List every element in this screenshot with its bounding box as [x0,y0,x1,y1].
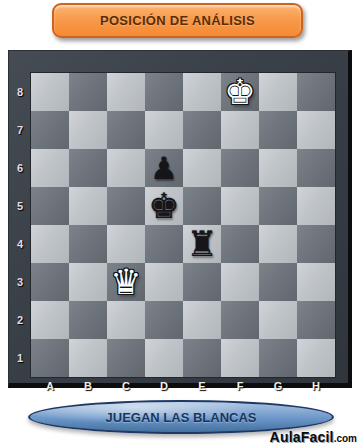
rank-label-8: 8 [9,73,31,111]
square-g1 [259,339,297,377]
square-h7 [297,111,335,149]
square-a8 [31,73,69,111]
square-c8 [107,73,145,111]
square-e1 [183,339,221,377]
square-c6 [107,149,145,187]
square-f6 [221,149,259,187]
rank-label-5: 5 [9,187,31,225]
square-e8 [183,73,221,111]
square-d8 [145,73,183,111]
square-f7 [221,111,259,149]
watermark: AulaFacil.com [270,428,357,446]
rank-label-7: 7 [9,111,31,149]
square-g8 [259,73,297,111]
chess-board: ♚♟♚♜♛ [31,73,335,377]
square-a6 [31,149,69,187]
page-title: POSICIÓN DE ANÁLISIS [100,13,255,28]
square-g4 [259,225,297,263]
square-f2 [221,301,259,339]
square-c4 [107,225,145,263]
square-d3 [145,263,183,301]
turn-indicator: JUEGAN LAS BLANCAS [106,410,257,425]
file-label-a: A [31,378,69,393]
square-b4 [69,225,107,263]
rank-label-3: 3 [9,263,31,301]
square-b7 [69,111,107,149]
square-d1 [145,339,183,377]
square-e6 [183,149,221,187]
square-b3 [69,263,107,301]
square-e4: ♜ [183,225,221,263]
square-b2 [69,301,107,339]
watermark-brand: AulaFacil [270,429,334,445]
square-f5 [221,187,259,225]
square-c7 [107,111,145,149]
square-a2 [31,301,69,339]
square-g3 [259,263,297,301]
square-f3 [221,263,259,301]
square-h4 [297,225,335,263]
square-e2 [183,301,221,339]
square-f1 [221,339,259,377]
title-banner: POSICIÓN DE ANÁLISIS [52,3,303,38]
rank-label-1: 1 [9,339,31,377]
square-c2 [107,301,145,339]
rank-label-2: 2 [9,301,31,339]
square-d7 [145,111,183,149]
black-pawn: ♟ [150,149,178,187]
black-king: ♚ [148,187,179,225]
file-label-e: E [183,378,221,393]
square-a5 [31,187,69,225]
square-e5 [183,187,221,225]
square-a1 [31,339,69,377]
square-a3 [31,263,69,301]
watermark-suffix: .com [334,433,357,444]
chess-board-frame: 87654321 ♚♟♚♜♛ ABCDEFGH [8,50,352,388]
file-label-c: C [107,378,145,393]
square-b8 [69,73,107,111]
square-b6 [69,149,107,187]
square-a4 [31,225,69,263]
square-h6 [297,149,335,187]
square-h3 [297,263,335,301]
rank-labels: 87654321 [9,73,31,377]
square-f4 [221,225,259,263]
square-g2 [259,301,297,339]
square-h1 [297,339,335,377]
square-b1 [69,339,107,377]
file-label-d: D [145,378,183,393]
square-e7 [183,111,221,149]
square-d2 [145,301,183,339]
square-d6: ♟ [145,149,183,187]
white-king: ♚ [224,73,255,111]
square-h8 [297,73,335,111]
file-label-f: F [221,378,259,393]
square-c5 [107,187,145,225]
white-queen: ♛ [110,263,141,301]
square-d4 [145,225,183,263]
page: POSICIÓN DE ANÁLISIS 87654321 ♚♟♚♜♛ ABCD… [0,0,362,446]
square-c3: ♛ [107,263,145,301]
black-rook: ♜ [186,225,217,263]
rank-label-4: 4 [9,225,31,263]
rank-label-6: 6 [9,149,31,187]
square-c1 [107,339,145,377]
square-d5: ♚ [145,187,183,225]
square-g7 [259,111,297,149]
square-g5 [259,187,297,225]
square-g6 [259,149,297,187]
square-a7 [31,111,69,149]
file-label-b: B [69,378,107,393]
file-labels: ABCDEFGH [31,378,335,393]
square-e3 [183,263,221,301]
file-label-g: G [259,378,297,393]
square-h5 [297,187,335,225]
square-b5 [69,187,107,225]
square-h2 [297,301,335,339]
square-f8: ♚ [221,73,259,111]
file-label-h: H [297,378,335,393]
